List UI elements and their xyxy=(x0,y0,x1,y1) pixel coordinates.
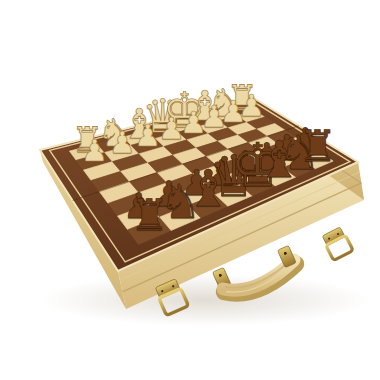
piece-white-pawn-h2[interactable]: ♟ xyxy=(238,92,265,122)
chess-set-photo: ♜♞♝♛♚♝♞♜♟♟♟♟♟♟♟♟♟♟♟♟♟♟♟♟♜♞♝♛♚♝♞♜ xyxy=(0,0,380,380)
piece-white-pawn-b2[interactable]: ♟ xyxy=(108,128,135,158)
piece-black-rook-h8[interactable]: ♜ xyxy=(298,125,337,169)
piece-white-pawn-a2[interactable]: ♟ xyxy=(81,136,108,166)
pieces-layer: ♜♞♝♛♚♝♞♜♟♟♟♟♟♟♟♟♟♟♟♟♟♟♟♟♜♞♝♛♚♝♞♜ xyxy=(0,0,380,380)
